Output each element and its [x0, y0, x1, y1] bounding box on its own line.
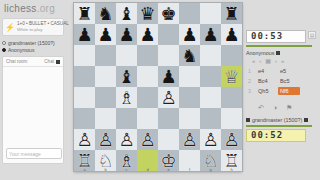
logo-text: lichess [4, 3, 37, 14]
file-label-c: c [116, 167, 137, 172]
piece-bp-b7: ♟ [95, 24, 116, 45]
player-color-icon [246, 118, 250, 122]
piece-bp-h7: ♟ [221, 24, 242, 45]
square-g1[interactable]: ♘g [200, 150, 221, 171]
file-label-a: a [74, 167, 95, 172]
square-d4[interactable] [137, 87, 158, 108]
square-b1[interactable]: ♘b [95, 150, 116, 171]
square-d8[interactable]: ♛ [137, 3, 158, 24]
square-f1[interactable]: f [179, 150, 200, 171]
square-a2[interactable]: ♙ [74, 129, 95, 150]
piece-wp-g2: ♙ [200, 129, 221, 150]
square-b2[interactable]: ♙ [95, 129, 116, 150]
square-g6[interactable] [200, 45, 221, 66]
chat-panel: Chat room Chat [2, 56, 64, 164]
square-h5[interactable]: ♕ [221, 66, 242, 87]
piece-bn-f6: ♞ [179, 45, 200, 66]
chat-title: Chat room [6, 59, 27, 64]
file-label-h: h [221, 167, 242, 172]
square-f2[interactable]: ♙ [179, 129, 200, 150]
chat-input[interactable] [6, 148, 62, 159]
white-disc-icon [2, 41, 6, 45]
piece-bp-c7: ♟ [116, 24, 137, 45]
previous-move-icon[interactable]: ‹ [259, 58, 261, 65]
square-e3[interactable] [158, 108, 179, 129]
piece-bp-e5: ♟ [158, 66, 179, 87]
move-black-1[interactable]: e5 [278, 67, 300, 75]
piece-bb-c5: ♝ [116, 66, 137, 87]
next-move-icon[interactable]: › [275, 58, 277, 65]
board-move-icon[interactable]: ▦ [265, 58, 271, 65]
piece-bk-e8: ♚ [158, 3, 179, 24]
game-side-panel: 00:53 ▤ Anonymous «‹▦›» 1e4e52Bc4Bc53Qh5… [246, 30, 318, 142]
move-number: 1 [248, 68, 256, 74]
square-b7[interactable]: ♟ [95, 24, 116, 45]
square-c1[interactable]: ♗c [116, 150, 137, 171]
square-b5[interactable] [95, 66, 116, 87]
draw-icon[interactable]: ◑ [273, 104, 277, 112]
square-b8[interactable]: ♞ [95, 3, 116, 24]
piece-bn-b8: ♞ [95, 3, 116, 24]
move-white-1[interactable]: e4 [256, 67, 278, 75]
square-b3[interactable] [95, 108, 116, 129]
square-a3[interactable] [74, 108, 95, 129]
move-black-2[interactable]: Bc5 [278, 77, 300, 85]
black-disc-icon [2, 48, 6, 52]
square-e2[interactable] [158, 129, 179, 150]
move-row-1: 1e4e5 [248, 66, 318, 76]
piece-wp-f2: ♙ [179, 129, 200, 150]
piece-bb-c8: ♝ [116, 3, 137, 24]
square-g8[interactable] [200, 3, 221, 24]
player-status-icon [276, 51, 280, 55]
square-e1[interactable]: ♔e [158, 150, 179, 171]
piece-br-h8: ♜ [221, 3, 242, 24]
square-f8[interactable] [179, 3, 200, 24]
square-a5[interactable] [74, 66, 95, 87]
top-player-name: Anonymous [246, 50, 274, 56]
square-a6[interactable] [74, 45, 95, 66]
square-c3[interactable] [116, 108, 137, 129]
black-clock: 00:53 [246, 30, 306, 43]
logo-suffix: .org [37, 3, 55, 14]
site-logo[interactable]: lichess.org [4, 3, 55, 14]
game-info-status: White to play [17, 27, 69, 33]
top-accent-rule [246, 45, 312, 47]
square-d5[interactable] [137, 66, 158, 87]
piece-bp-f7: ♟ [179, 24, 200, 45]
last-move-icon[interactable]: » [281, 58, 284, 65]
piece-wp-d2: ♙ [137, 129, 158, 150]
square-f7[interactable]: ♟ [179, 24, 200, 45]
first-move-icon[interactable]: « [252, 58, 255, 65]
square-e6[interactable] [158, 45, 179, 66]
chat-messages [3, 67, 63, 145]
square-f3[interactable] [179, 108, 200, 129]
resign-icon[interactable]: ⚑ [286, 104, 292, 112]
move-white-2[interactable]: Bc4 [256, 77, 278, 85]
square-e8[interactable]: ♚ [158, 3, 179, 24]
square-h3[interactable] [221, 108, 242, 129]
square-f6[interactable]: ♞ [179, 45, 200, 66]
chat-toggle-label: Chat [44, 59, 54, 64]
move-number: 3 [248, 88, 256, 94]
chat-toggle[interactable]: Chat [44, 59, 60, 64]
square-c6[interactable] [116, 45, 137, 66]
move-row-2: 2Bc4Bc5 [248, 76, 318, 86]
file-label-d: d [137, 167, 158, 172]
square-e7[interactable] [158, 24, 179, 45]
square-d2[interactable]: ♙ [137, 129, 158, 150]
piece-wp-e4: ♙ [158, 87, 179, 108]
piece-wp-h2: ♙ [221, 129, 242, 150]
takeback-icon[interactable]: ↶ [258, 104, 264, 112]
square-g5[interactable] [200, 66, 221, 87]
square-f5[interactable] [179, 66, 200, 87]
piece-br-a8: ♜ [74, 3, 95, 24]
top-player-row[interactable]: Anonymous [246, 49, 318, 56]
piece-wp-a2: ♙ [74, 129, 95, 150]
player-row-black[interactable]: Anonymous [2, 46, 64, 53]
square-h7[interactable]: ♟ [221, 24, 242, 45]
square-g4[interactable] [200, 87, 221, 108]
square-h8[interactable]: ♜ [221, 3, 242, 24]
piece-wp-c2: ♙ [116, 129, 137, 150]
square-c2[interactable]: ♙ [116, 129, 137, 150]
piece-bp-g7: ♟ [200, 24, 221, 45]
square-c8[interactable]: ♝ [116, 3, 137, 24]
square-d1[interactable]: d [137, 150, 158, 171]
file-label-g: g [200, 167, 221, 172]
piece-wb-c4: ♗ [116, 87, 137, 108]
square-d3[interactable] [137, 108, 158, 129]
bottom-player-name: grandmaster (1500?) [252, 117, 302, 123]
bullet-lightning-icon: ⚡ [5, 23, 15, 32]
square-e4[interactable]: ♙ [158, 87, 179, 108]
square-c7[interactable]: ♟ [116, 24, 137, 45]
square-g7[interactable]: ♟ [200, 24, 221, 45]
file-label-b: b [95, 167, 116, 172]
square-h1[interactable]: ♖h [221, 150, 242, 171]
piece-bp-d7: ♟ [137, 24, 158, 45]
move-nav-bar: «‹▦›» [252, 58, 318, 65]
bottom-accent-rule [246, 125, 312, 127]
square-b6[interactable] [95, 45, 116, 66]
chess-board[interactable]: ♜♞♝♛♚♜♟♟♟♟♟♟♟♞♝♟♕♗♙♙♙♙♙♙♙♙♖a♘b♗cd♔ef♘g♖h [74, 3, 242, 171]
player-row-white[interactable]: grandmaster (1500?) [2, 39, 64, 46]
game-actions-bar: ↶◑⚑ [258, 104, 318, 112]
file-label-e: e [158, 167, 179, 172]
square-a4[interactable] [74, 87, 95, 108]
white-player-name: grandmaster (1500?) [8, 40, 55, 46]
bottom-player-row[interactable]: grandmaster (1500?) [246, 116, 318, 123]
file-label-f: f [179, 167, 200, 172]
square-h6[interactable] [221, 45, 242, 66]
square-g3[interactable] [200, 108, 221, 129]
move-black-3[interactable]: Nf6 [278, 87, 300, 95]
game-info-box: ⚡ 1+0 • BULLET • CASUAL White to play [2, 18, 64, 36]
square-a8[interactable]: ♜ [74, 3, 95, 24]
square-b4[interactable] [95, 87, 116, 108]
square-d6[interactable] [137, 45, 158, 66]
move-white-3[interactable]: Qh5 [256, 87, 278, 95]
chat-toggle-checkbox-icon[interactable] [56, 60, 60, 64]
square-c5[interactable]: ♝ [116, 66, 137, 87]
square-g2[interactable]: ♙ [200, 129, 221, 150]
square-h4[interactable] [221, 87, 242, 108]
square-e5[interactable]: ♟ [158, 66, 179, 87]
move-row-3: 3Qh5Nf6 [248, 86, 318, 96]
move-list: 1e4e52Bc4Bc53Qh5Nf6 [248, 66, 318, 96]
piece-wq-h5: ♕ [221, 66, 242, 87]
square-a1[interactable]: ♖a [74, 150, 95, 171]
board-settings-icon[interactable]: ▤ [308, 31, 316, 39]
piece-bq-d8: ♛ [137, 3, 158, 24]
square-c4[interactable]: ♗ [116, 87, 137, 108]
square-h2[interactable]: ♙ [221, 129, 242, 150]
square-d7[interactable]: ♟ [137, 24, 158, 45]
move-number: 2 [248, 78, 256, 84]
piece-bp-a7: ♟ [74, 24, 95, 45]
black-player-name: Anonymous [8, 47, 34, 53]
player-status-icon [304, 118, 308, 122]
player-list: grandmaster (1500?) Anonymous [2, 39, 64, 53]
square-a7[interactable]: ♟ [74, 24, 95, 45]
piece-wp-b2: ♙ [95, 129, 116, 150]
square-f4[interactable] [179, 87, 200, 108]
white-clock: 00:52 [246, 129, 306, 142]
